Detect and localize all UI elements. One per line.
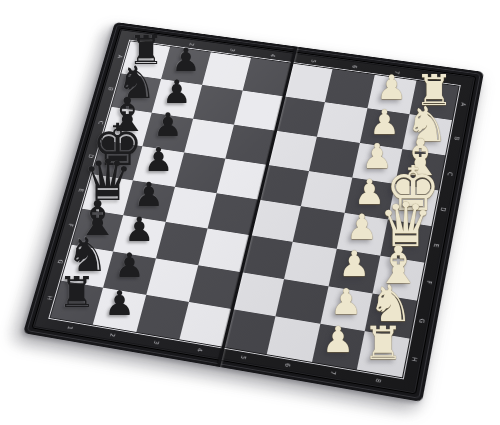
chess-piece-black-pawn[interactable]: ♟: [144, 143, 174, 176]
coordinate-label-3: 3: [229, 48, 236, 52]
coordinate-label-8: 8: [374, 378, 381, 383]
chess-piece-black-rook[interactable]: ♜: [58, 272, 96, 314]
coordinate-label-4: 4: [196, 347, 203, 352]
chess-piece-white-pawn[interactable]: ♟: [346, 210, 377, 245]
coordinate-label-G: G: [417, 318, 424, 323]
chess-piece-black-pawn[interactable]: ♟: [134, 178, 164, 211]
coordinate-label-1: 1: [66, 325, 73, 330]
coordinate-label-G: G: [56, 259, 63, 264]
chess-piece-black-pawn[interactable]: ♟: [171, 43, 200, 75]
chess-piece-black-pawn[interactable]: ♟: [124, 213, 154, 247]
chess-piece-white-pawn[interactable]: ♟: [322, 321, 354, 357]
chess-piece-black-pawn[interactable]: ♟: [153, 109, 182, 142]
coordinate-label-2: 2: [109, 332, 116, 337]
coordinate-label-6: 6: [351, 64, 358, 68]
coordinate-label-C: C: [446, 171, 453, 176]
coordinate-label-H: H: [45, 295, 52, 300]
chess-piece-white-pawn[interactable]: ♟: [338, 246, 370, 281]
coordinate-label-6: 6: [284, 362, 291, 367]
chess-piece-white-pawn[interactable]: ♟: [369, 105, 399, 139]
chess-piece-white-rook[interactable]: ♜: [363, 321, 404, 366]
coordinate-label-7: 7: [329, 370, 336, 375]
chess-piece-black-pawn[interactable]: ♟: [114, 249, 144, 283]
coordinate-label-3: 3: [152, 340, 159, 345]
photo-scene: AA11BB22CC33DD44EE55FF66GG77HH88 ♜♟♟♜♞♟♟…: [0, 0, 500, 425]
coordinate-label-5: 5: [240, 355, 247, 360]
chess-piece-white-pawn[interactable]: ♟: [330, 284, 362, 320]
chess-piece-black-pawn[interactable]: ♟: [104, 286, 135, 320]
chess-piece-white-pawn[interactable]: ♟: [377, 71, 407, 105]
coordinate-label-5: 5: [310, 59, 317, 63]
chess-piece-black-pawn[interactable]: ♟: [162, 76, 191, 108]
coordinate-label-H: H: [410, 356, 418, 361]
coordinate-label-4: 4: [269, 53, 276, 57]
